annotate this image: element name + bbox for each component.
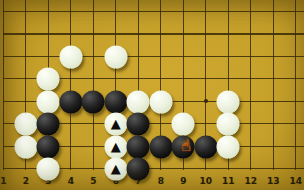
stone-black[interactable]	[37, 113, 60, 136]
column-label: 4	[68, 176, 74, 186]
stone-white[interactable]	[217, 90, 240, 113]
triangle-mark: ▲	[111, 140, 121, 153]
column-label: 8	[158, 176, 164, 186]
go-board[interactable]: 1234567891011121314 ▲▲▲ ☝	[0, 0, 304, 190]
stone-white[interactable]	[37, 68, 60, 91]
column-label: 11	[222, 176, 235, 186]
column-label: 12	[245, 176, 258, 186]
stone-black[interactable]	[37, 135, 60, 158]
stone-black[interactable]	[172, 135, 195, 158]
stone-white-triangle[interactable]: ▲	[104, 158, 127, 181]
triangle-mark: ▲	[111, 117, 121, 130]
stone-black[interactable]	[127, 158, 150, 181]
stone-black[interactable]	[127, 113, 150, 136]
column-label: 5	[90, 176, 96, 186]
stone-white[interactable]	[37, 158, 60, 181]
stone-white[interactable]	[217, 135, 240, 158]
stone-white[interactable]	[37, 90, 60, 113]
stone-white[interactable]	[14, 113, 37, 136]
column-label: 14	[290, 176, 303, 186]
stone-white[interactable]	[149, 90, 172, 113]
stone-black[interactable]	[194, 135, 217, 158]
column-label: 9	[180, 176, 186, 186]
stone-white[interactable]	[104, 45, 127, 68]
stone-white[interactable]	[127, 90, 150, 113]
stone-white[interactable]	[172, 113, 195, 136]
stone-white-triangle[interactable]: ▲	[104, 113, 127, 136]
stone-black[interactable]	[82, 90, 105, 113]
stone-white-triangle[interactable]: ▲	[104, 135, 127, 158]
stone-white[interactable]	[217, 113, 240, 136]
stone-white[interactable]	[14, 135, 37, 158]
triangle-mark: ▲	[111, 162, 121, 175]
stone-black[interactable]	[104, 90, 127, 113]
stone-black[interactable]	[149, 135, 172, 158]
stone-black[interactable]	[127, 135, 150, 158]
stone-white[interactable]	[59, 45, 82, 68]
column-label: 2	[23, 176, 29, 186]
column-label: 13	[267, 176, 280, 186]
star-point	[204, 99, 208, 103]
column-label: 1	[0, 176, 6, 186]
column-label: 10	[200, 176, 213, 186]
stone-black[interactable]	[59, 90, 82, 113]
